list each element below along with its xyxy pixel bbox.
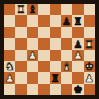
white-pawn[interactable]: ♟ <box>85 72 94 82</box>
black-bishop[interactable]: ♝ <box>28 4 37 14</box>
white-pawn[interactable]: ♟ <box>5 72 14 82</box>
chess-diagram: ♜♝♟♜♟♜♟♟♞♝♚♟♜♟♚ <box>0 0 99 99</box>
white-rook[interactable]: ♜ <box>16 4 25 14</box>
square-h1[interactable] <box>84 84 95 95</box>
square-g3[interactable] <box>72 61 83 72</box>
square-h2[interactable]: ♟ <box>84 72 95 83</box>
chess-board: ♜♝♟♜♟♜♟♟♞♝♚♟♜♟♚ <box>4 4 95 95</box>
square-e2[interactable]: ♜ <box>50 72 61 83</box>
square-c6[interactable] <box>27 27 38 38</box>
square-h7[interactable] <box>84 15 95 26</box>
square-h8[interactable] <box>84 4 95 15</box>
square-g8[interactable] <box>72 4 83 15</box>
white-bishop[interactable]: ♝ <box>62 61 71 71</box>
square-d3[interactable] <box>38 61 49 72</box>
square-d1[interactable] <box>38 84 49 95</box>
square-b7[interactable] <box>15 15 26 26</box>
white-king[interactable]: ♚ <box>85 61 94 71</box>
square-a4[interactable] <box>4 50 15 61</box>
square-h5[interactable]: ♜ <box>84 38 95 49</box>
square-e4[interactable] <box>50 50 61 61</box>
square-e1[interactable] <box>50 84 61 95</box>
square-f1[interactable] <box>61 84 72 95</box>
square-d4[interactable] <box>38 50 49 61</box>
square-e6[interactable] <box>50 27 61 38</box>
black-rook[interactable]: ♜ <box>50 72 59 82</box>
square-g7[interactable]: ♜ <box>72 15 83 26</box>
square-b5[interactable] <box>15 38 26 49</box>
square-a1[interactable] <box>4 84 15 95</box>
square-f7[interactable]: ♟ <box>61 15 72 26</box>
square-g4[interactable]: ♟ <box>72 50 83 61</box>
square-f3[interactable]: ♝ <box>61 61 72 72</box>
square-e8[interactable] <box>50 4 61 15</box>
square-b4[interactable] <box>15 50 26 61</box>
black-king[interactable]: ♚ <box>73 84 82 94</box>
square-d5[interactable] <box>38 38 49 49</box>
square-f2[interactable] <box>61 72 72 83</box>
square-b6[interactable] <box>15 27 26 38</box>
square-g1[interactable]: ♚ <box>72 84 83 95</box>
square-d2[interactable] <box>38 72 49 83</box>
square-d6[interactable] <box>38 27 49 38</box>
square-e7[interactable] <box>50 15 61 26</box>
square-c3[interactable] <box>27 61 38 72</box>
square-g6[interactable] <box>72 27 83 38</box>
black-pawn[interactable]: ♟ <box>62 15 71 25</box>
square-h3[interactable]: ♚ <box>84 61 95 72</box>
square-f5[interactable] <box>61 38 72 49</box>
square-a2[interactable]: ♟ <box>4 72 15 83</box>
white-knight[interactable]: ♞ <box>5 61 14 71</box>
square-g5[interactable]: ♟ <box>72 38 83 49</box>
square-b1[interactable] <box>15 84 26 95</box>
square-a5[interactable] <box>4 38 15 49</box>
square-c7[interactable] <box>27 15 38 26</box>
square-f6[interactable] <box>61 27 72 38</box>
square-a7[interactable] <box>4 15 15 26</box>
black-rook[interactable]: ♜ <box>73 15 82 25</box>
white-pawn[interactable]: ♟ <box>28 50 37 60</box>
square-g2[interactable] <box>72 72 83 83</box>
white-pawn[interactable]: ♟ <box>73 50 82 60</box>
square-a6[interactable] <box>4 27 15 38</box>
square-d7[interactable] <box>38 15 49 26</box>
square-h6[interactable] <box>84 27 95 38</box>
white-rook[interactable]: ♜ <box>85 38 94 48</box>
square-e3[interactable] <box>50 61 61 72</box>
square-c5[interactable] <box>27 38 38 49</box>
square-b2[interactable] <box>15 72 26 83</box>
square-f4[interactable] <box>61 50 72 61</box>
square-a8[interactable] <box>4 4 15 15</box>
square-f8[interactable] <box>61 4 72 15</box>
square-d8[interactable] <box>38 4 49 15</box>
square-c4[interactable]: ♟ <box>27 50 38 61</box>
black-pawn[interactable]: ♟ <box>73 38 82 48</box>
square-b3[interactable] <box>15 61 26 72</box>
square-c2[interactable] <box>27 72 38 83</box>
square-e5[interactable] <box>50 38 61 49</box>
square-b8[interactable]: ♜ <box>15 4 26 15</box>
square-a3[interactable]: ♞ <box>4 61 15 72</box>
square-c8[interactable]: ♝ <box>27 4 38 15</box>
square-c1[interactable] <box>27 84 38 95</box>
square-h4[interactable] <box>84 50 95 61</box>
